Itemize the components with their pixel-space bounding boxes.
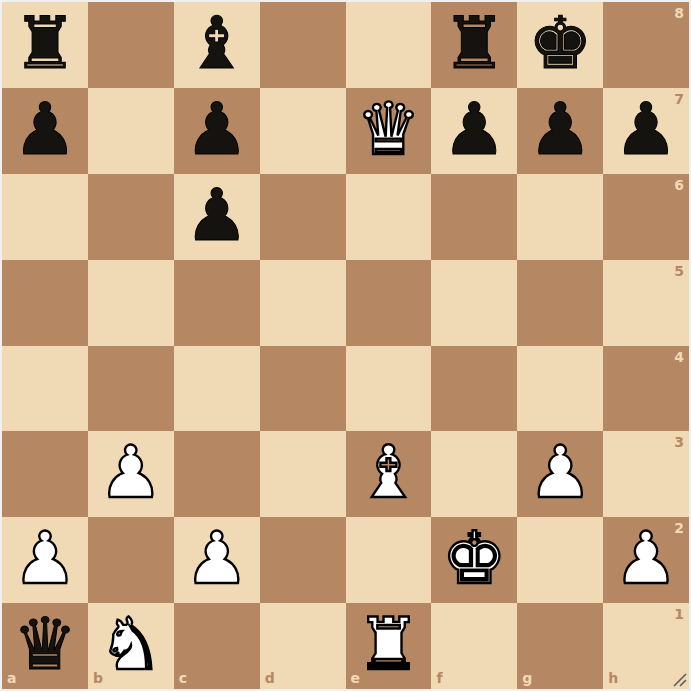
black-queen-icon[interactable]: ♛ — [13, 603, 78, 687]
white-rook-icon[interactable]: ♜ — [356, 603, 421, 687]
square-e6[interactable] — [346, 174, 432, 260]
file-label-f: f — [436, 671, 442, 685]
square-f1[interactable]: f — [431, 603, 517, 689]
black-pawn-icon[interactable]: ♟ — [13, 88, 78, 172]
square-f8[interactable]: ♜ — [431, 2, 517, 88]
white-pawn-icon[interactable]: ♟ — [184, 517, 249, 601]
square-a2[interactable]: ♟ — [2, 517, 88, 603]
square-c2[interactable]: ♟ — [174, 517, 260, 603]
square-a5[interactable] — [2, 260, 88, 346]
rank-label-4: 4 — [674, 350, 684, 364]
chess-board: ♜♝♜♚8♟♟♛♟♟7♟♟654♟♝♟3♟♟♚2♟a♛b♞cde♜fg1h — [2, 2, 689, 689]
square-b4[interactable] — [88, 346, 174, 432]
square-d8[interactable] — [260, 2, 346, 88]
square-f4[interactable] — [431, 346, 517, 432]
rank-label-8: 8 — [674, 6, 684, 20]
black-pawn-icon[interactable]: ♟ — [614, 88, 679, 172]
square-c3[interactable] — [174, 431, 260, 517]
square-g3[interactable]: ♟ — [517, 431, 603, 517]
white-pawn-icon[interactable]: ♟ — [614, 517, 679, 601]
square-g6[interactable] — [517, 174, 603, 260]
square-a8[interactable]: ♜ — [2, 2, 88, 88]
black-pawn-icon[interactable]: ♟ — [528, 88, 593, 172]
square-b3[interactable]: ♟ — [88, 431, 174, 517]
square-g1[interactable]: g — [517, 603, 603, 689]
square-b6[interactable] — [88, 174, 174, 260]
square-h6[interactable]: 6 — [603, 174, 689, 260]
square-f5[interactable] — [431, 260, 517, 346]
square-e5[interactable] — [346, 260, 432, 346]
board-container: ♜♝♜♚8♟♟♛♟♟7♟♟654♟♝♟3♟♟♚2♟a♛b♞cde♜fg1h — [0, 0, 691, 691]
black-pawn-icon[interactable]: ♟ — [184, 88, 249, 172]
white-king-icon[interactable]: ♚ — [442, 517, 507, 601]
square-a6[interactable] — [2, 174, 88, 260]
square-h5[interactable]: 5 — [603, 260, 689, 346]
black-rook-icon[interactable]: ♜ — [442, 2, 507, 86]
square-c7[interactable]: ♟ — [174, 88, 260, 174]
white-queen-icon[interactable]: ♛ — [356, 88, 421, 172]
square-d2[interactable] — [260, 517, 346, 603]
rank-label-6: 6 — [674, 178, 684, 192]
black-rook-icon[interactable]: ♜ — [13, 2, 78, 86]
square-h4[interactable]: 4 — [603, 346, 689, 432]
square-h3[interactable]: 3 — [603, 431, 689, 517]
square-b8[interactable] — [88, 2, 174, 88]
file-label-h: h — [608, 671, 618, 685]
rank-label-3: 3 — [674, 435, 684, 449]
square-e3[interactable]: ♝ — [346, 431, 432, 517]
square-b7[interactable] — [88, 88, 174, 174]
square-e7[interactable]: ♛ — [346, 88, 432, 174]
square-c6[interactable]: ♟ — [174, 174, 260, 260]
square-d7[interactable] — [260, 88, 346, 174]
black-king-icon[interactable]: ♚ — [528, 2, 593, 86]
square-d1[interactable]: d — [260, 603, 346, 689]
rank-label-5: 5 — [674, 264, 684, 278]
square-a4[interactable] — [2, 346, 88, 432]
square-e4[interactable] — [346, 346, 432, 432]
black-pawn-icon[interactable]: ♟ — [442, 88, 507, 172]
square-g7[interactable]: ♟ — [517, 88, 603, 174]
square-f7[interactable]: ♟ — [431, 88, 517, 174]
square-b5[interactable] — [88, 260, 174, 346]
file-label-d: d — [265, 671, 275, 685]
square-d6[interactable] — [260, 174, 346, 260]
white-pawn-icon[interactable]: ♟ — [528, 431, 593, 515]
file-label-g: g — [522, 671, 532, 685]
square-e2[interactable] — [346, 517, 432, 603]
square-a1[interactable]: a♛ — [2, 603, 88, 689]
square-g5[interactable] — [517, 260, 603, 346]
square-f3[interactable] — [431, 431, 517, 517]
black-bishop-icon[interactable]: ♝ — [184, 2, 249, 86]
square-c5[interactable] — [174, 260, 260, 346]
square-h2[interactable]: 2♟ — [603, 517, 689, 603]
square-h8[interactable]: 8 — [603, 2, 689, 88]
square-b1[interactable]: b♞ — [88, 603, 174, 689]
white-pawn-icon[interactable]: ♟ — [13, 517, 78, 601]
square-f6[interactable] — [431, 174, 517, 260]
square-e8[interactable] — [346, 2, 432, 88]
square-c8[interactable]: ♝ — [174, 2, 260, 88]
square-e1[interactable]: e♜ — [346, 603, 432, 689]
square-d5[interactable] — [260, 260, 346, 346]
white-knight-icon[interactable]: ♞ — [99, 603, 164, 687]
white-pawn-icon[interactable]: ♟ — [99, 431, 164, 515]
square-b2[interactable] — [88, 517, 174, 603]
rank-label-1: 1 — [674, 607, 684, 621]
square-c4[interactable] — [174, 346, 260, 432]
square-g8[interactable]: ♚ — [517, 2, 603, 88]
square-g4[interactable] — [517, 346, 603, 432]
square-g2[interactable] — [517, 517, 603, 603]
white-bishop-icon[interactable]: ♝ — [356, 431, 421, 515]
square-d4[interactable] — [260, 346, 346, 432]
square-f2[interactable]: ♚ — [431, 517, 517, 603]
black-pawn-icon[interactable]: ♟ — [184, 174, 249, 258]
square-a7[interactable]: ♟ — [2, 88, 88, 174]
board-resize-handle-icon[interactable] — [671, 671, 687, 687]
square-d3[interactable] — [260, 431, 346, 517]
square-h7[interactable]: 7♟ — [603, 88, 689, 174]
file-label-c: c — [179, 671, 187, 685]
square-c1[interactable]: c — [174, 603, 260, 689]
square-a3[interactable] — [2, 431, 88, 517]
